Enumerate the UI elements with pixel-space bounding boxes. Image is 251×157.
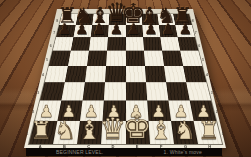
square-b5[interactable] <box>68 51 89 66</box>
piece-black-pawn-f7[interactable]: ♟ <box>144 23 157 38</box>
piece-black-pawn-h7[interactable]: ♟ <box>179 23 192 38</box>
square-e4[interactable] <box>125 66 145 82</box>
square-c4[interactable] <box>85 66 106 82</box>
piece-black-pawn-g7[interactable]: ♟ <box>161 23 174 38</box>
square-h5[interactable] <box>180 51 202 66</box>
rank-label-left-1: 1 <box>26 133 28 137</box>
rank-label-left-4: 4 <box>42 74 44 78</box>
rank-label-right-6: 6 <box>198 45 200 49</box>
rank-label-left-3: 3 <box>37 92 39 96</box>
square-a6[interactable] <box>52 37 73 50</box>
square-b6[interactable] <box>70 37 90 50</box>
square-h3[interactable] <box>186 82 211 100</box>
piece-black-pawn-e7[interactable]: ♟ <box>127 23 140 38</box>
status-bar: BEGINNER LEVEL. 1. White's move <box>26 148 222 156</box>
square-e3[interactable] <box>125 82 146 100</box>
square-f6[interactable] <box>142 37 161 50</box>
piece-black-pawn-b7[interactable]: ♟ <box>75 23 88 38</box>
piece-black-pawn-a7[interactable]: ♟ <box>58 23 71 38</box>
square-h4[interactable] <box>182 66 205 82</box>
piece-white-bishop-f1[interactable]: ♝ <box>149 118 172 144</box>
rank-label-right-4: 4 <box>206 74 208 78</box>
piece-white-king-e1[interactable]: ♚ <box>123 112 152 144</box>
rank-label-right-5: 5 <box>202 59 204 63</box>
square-g3[interactable] <box>165 82 189 100</box>
square-c6[interactable] <box>89 37 108 50</box>
piece-black-pawn-c7[interactable]: ♟ <box>92 23 105 38</box>
square-g5[interactable] <box>161 51 182 66</box>
square-c5[interactable] <box>87 51 107 66</box>
square-a3[interactable] <box>40 82 65 100</box>
square-d5[interactable] <box>106 51 125 66</box>
piece-white-knight-g1[interactable]: ♞ <box>174 119 196 144</box>
rank-label-left-5: 5 <box>46 59 48 63</box>
square-d4[interactable] <box>105 66 125 82</box>
piece-white-knight-b1[interactable]: ♞ <box>54 119 76 144</box>
square-g6[interactable] <box>160 37 180 50</box>
square-d3[interactable] <box>104 82 125 100</box>
rank-label-left-2: 2 <box>32 111 34 115</box>
piece-black-pawn-d7[interactable]: ♟ <box>110 23 123 38</box>
rank-label-right-7: 7 <box>195 32 197 36</box>
rank-label-right-2: 2 <box>216 111 218 115</box>
piece-white-rook-h1[interactable]: ♜ <box>198 119 220 144</box>
level-label: BEGINNER LEVEL. <box>56 148 103 156</box>
rank-label-left-6: 6 <box>50 45 52 49</box>
piece-white-bishop-c1[interactable]: ♝ <box>77 118 100 144</box>
chess-app-screen: ABCDEFGH8877665544332211 ♜♞♝♛♚♝♞♜♟♟♟♟♟♟♟… <box>0 0 251 157</box>
square-b4[interactable] <box>64 66 86 82</box>
square-h6[interactable] <box>177 37 198 50</box>
square-f4[interactable] <box>144 66 165 82</box>
square-a5[interactable] <box>48 51 70 66</box>
square-b3[interactable] <box>61 82 85 100</box>
square-f5[interactable] <box>143 51 163 66</box>
piece-white-rook-a1[interactable]: ♜ <box>30 119 52 144</box>
rank-label-left-7: 7 <box>53 32 55 36</box>
square-f3[interactable] <box>145 82 168 100</box>
square-c3[interactable] <box>82 82 105 100</box>
square-a4[interactable] <box>44 66 67 82</box>
move-indicator: 1. White's move <box>164 148 202 156</box>
rank-label-right-3: 3 <box>211 92 213 96</box>
square-d6[interactable] <box>107 37 125 50</box>
square-e5[interactable] <box>125 51 144 66</box>
square-g4[interactable] <box>163 66 185 82</box>
rank-label-right-1: 1 <box>222 133 224 137</box>
square-e6[interactable] <box>125 37 143 50</box>
